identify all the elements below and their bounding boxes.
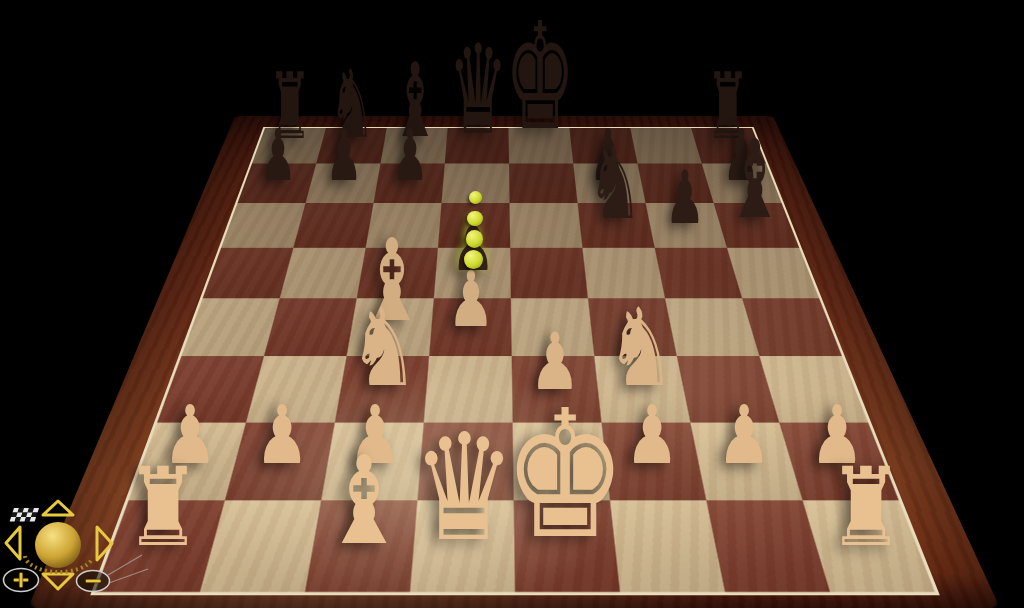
square-b4[interactable] <box>264 298 357 356</box>
piece-bP-b7[interactable]: ♟ <box>326 120 363 191</box>
piece-wR-h1[interactable]: ♜ <box>828 454 904 563</box>
mini-board-icon[interactable] <box>10 508 39 522</box>
piece-bK-e8[interactable]: ♚ <box>504 5 575 153</box>
piece-wP-b2[interactable]: ♟ <box>255 395 309 476</box>
piece-bP-g6[interactable]: ♟ <box>665 161 705 234</box>
square-e6[interactable] <box>510 203 583 248</box>
piece-bP-a7[interactable]: ♟ <box>260 120 297 191</box>
piece-bB-h6[interactable]: ♝ <box>726 126 785 234</box>
square-e7[interactable] <box>509 163 578 203</box>
piece-bQ-d8[interactable]: ♛ <box>448 28 508 152</box>
minus-icon <box>86 579 102 583</box>
piece-wB-c1[interactable]: ♝ <box>321 441 406 563</box>
camera-control-widget <box>0 470 150 608</box>
chess-3d-scene: ♜♞♝♛♚♜♟♟♟♟♟♞♟♝♟♝♟♞♟♞♟♟♟♟♟♟♜♝♛♚♜ <box>0 0 1024 608</box>
zoom-out-button[interactable] <box>77 555 149 592</box>
piece-bN-f6[interactable]: ♞ <box>588 134 643 234</box>
camera-down-arrow[interactable] <box>43 574 73 589</box>
zoom-in-button[interactable] <box>4 569 39 592</box>
piece-wK-e1[interactable]: ♚ <box>503 387 627 563</box>
camera-right-arrow[interactable] <box>97 527 112 560</box>
piece-wP-d4[interactable]: ♟ <box>448 261 495 338</box>
connector-line <box>108 555 142 575</box>
square-f1[interactable] <box>610 500 725 592</box>
camera-up-arrow[interactable] <box>43 501 73 515</box>
square-e5[interactable] <box>510 248 588 299</box>
camera-dome[interactable] <box>35 522 81 568</box>
plus-icon <box>19 573 23 588</box>
square-d7[interactable] <box>442 163 510 203</box>
piece-wP-f2[interactable]: ♟ <box>625 395 679 476</box>
piece-wN-c3[interactable]: ♞ <box>349 294 418 402</box>
piece-wQ-d1[interactable]: ♛ <box>412 415 516 563</box>
piece-bP-c7[interactable]: ♟ <box>392 120 429 191</box>
piece-wP-g2[interactable]: ♟ <box>717 395 771 476</box>
square-a6[interactable] <box>221 203 305 248</box>
camera-left-arrow[interactable] <box>6 527 20 559</box>
